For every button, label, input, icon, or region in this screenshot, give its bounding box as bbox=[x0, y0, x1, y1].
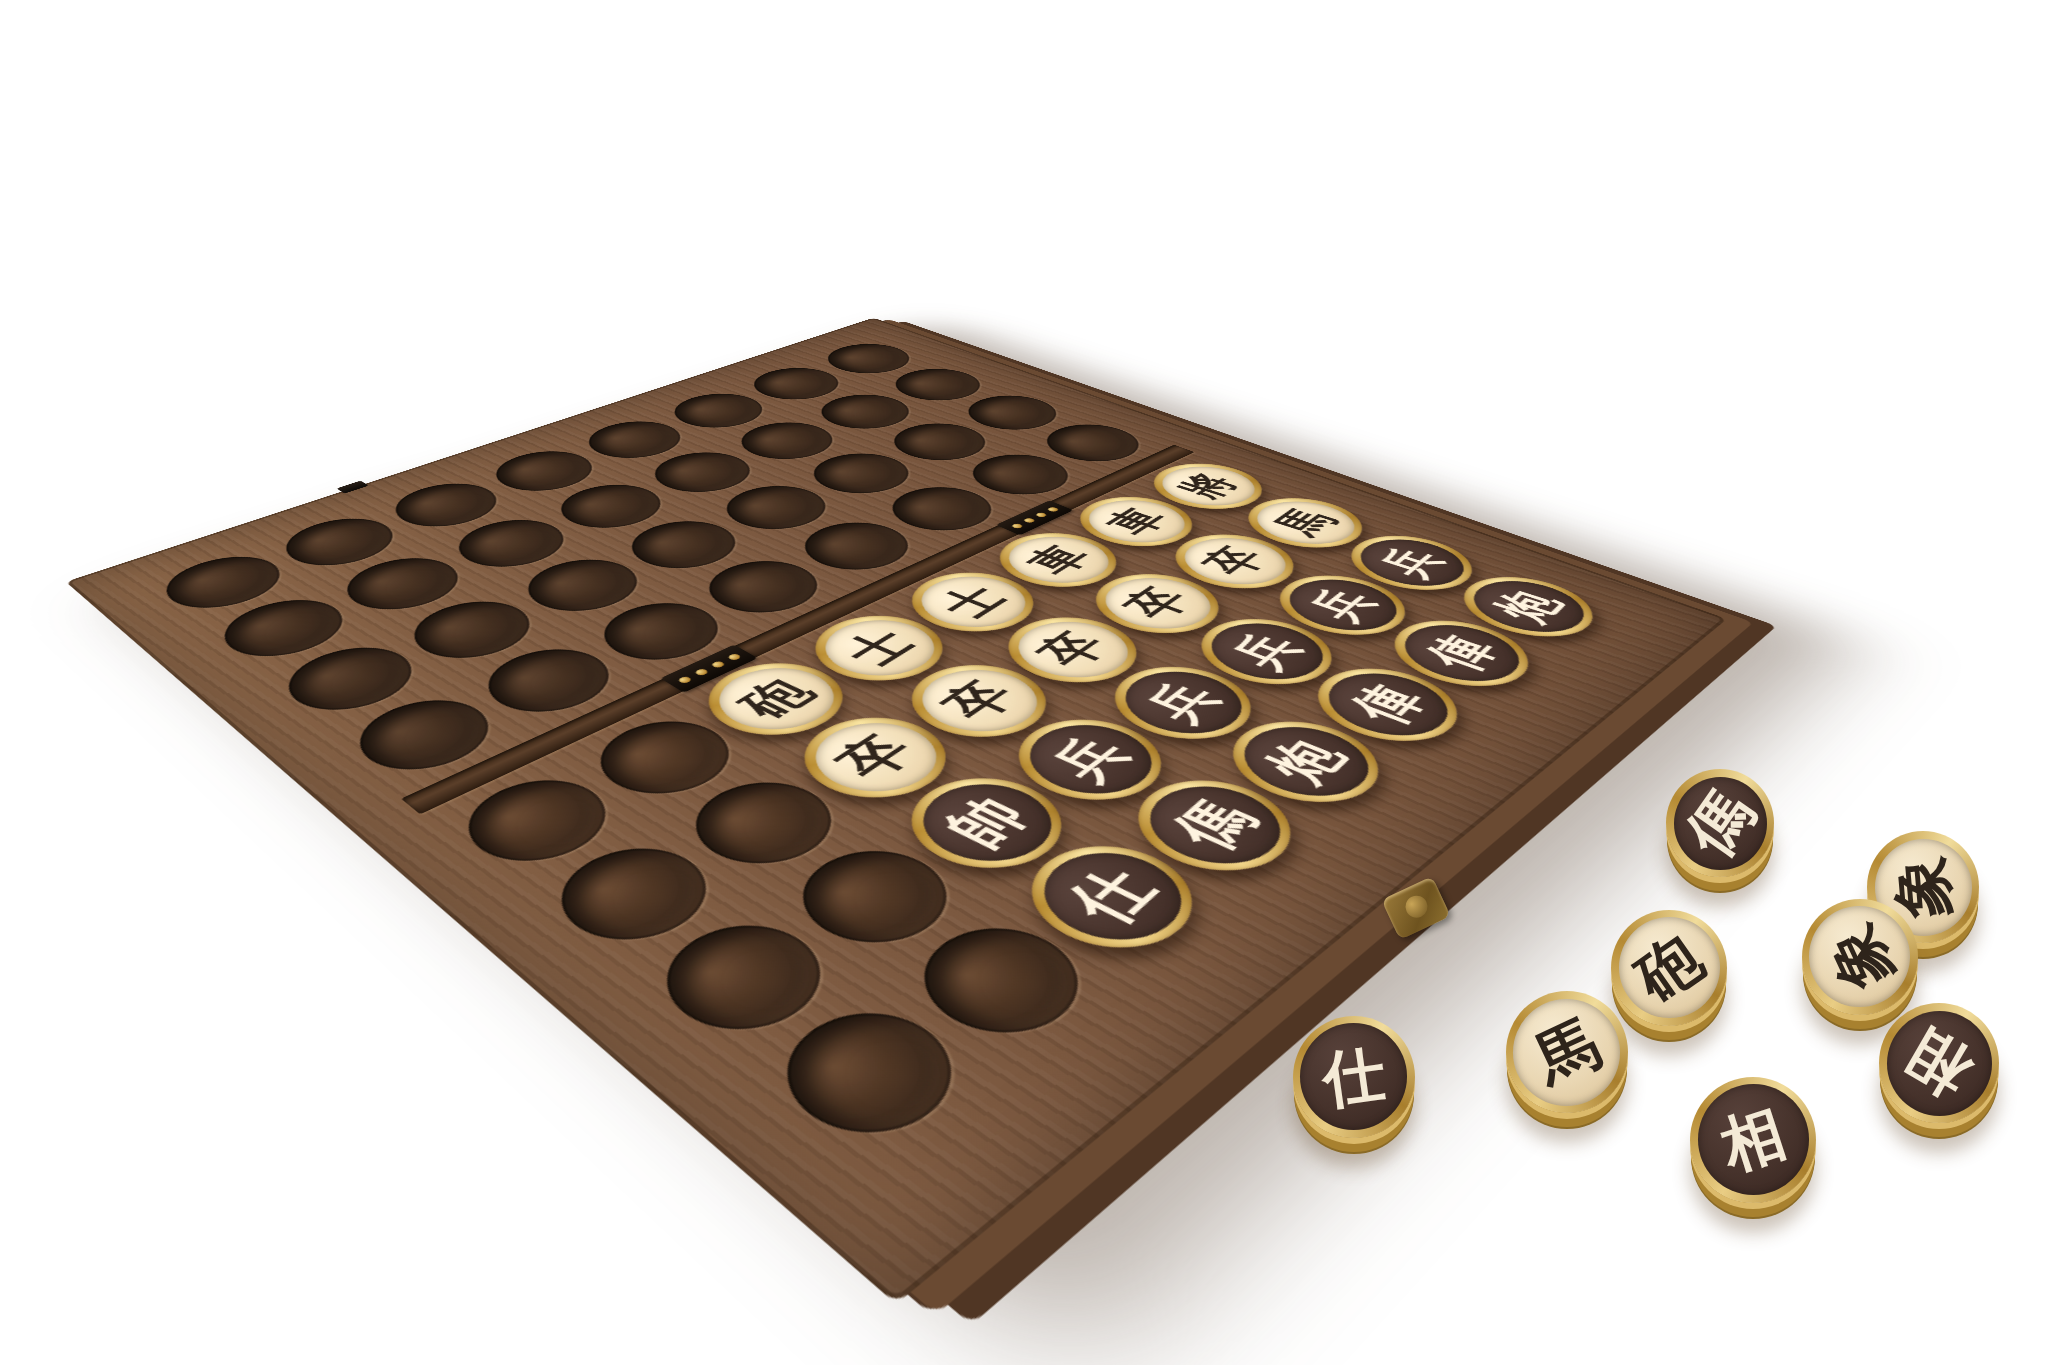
photo-scene: 砲士士車車將卒卒卒卒卒馬帥兵兵兵兵兵仕傌炮俥俥炮 傌象象砲相馬仕相 bbox=[0, 0, 2048, 1365]
xiangqi-piece-傌[interactable]: 傌 bbox=[1666, 769, 1774, 877]
piece-glyph: 馬 bbox=[1526, 1011, 1608, 1093]
xiangqi-piece-相[interactable]: 相 bbox=[1690, 1077, 1816, 1203]
piece-face: 仕 bbox=[1300, 1023, 1407, 1130]
piece-face: 傌 bbox=[1674, 777, 1767, 870]
piece-glyph: 相 bbox=[1714, 1101, 1792, 1179]
xiangqi-piece-象[interactable]: 象 bbox=[1802, 899, 1918, 1015]
piece-glyph: 仕 bbox=[1319, 1042, 1389, 1112]
loose-pieces-layer: 傌象象砲相馬仕相 bbox=[0, 0, 2048, 1365]
piece-glyph: 象 bbox=[1889, 854, 1956, 921]
xiangqi-piece-馬[interactable]: 馬 bbox=[1506, 991, 1628, 1113]
piece-glyph: 相 bbox=[1897, 1021, 1982, 1106]
xiangqi-piece-砲[interactable]: 砲 bbox=[1611, 910, 1727, 1026]
piece-face: 相 bbox=[1698, 1084, 1809, 1195]
piece-glyph: 傌 bbox=[1677, 780, 1763, 866]
xiangqi-piece-仕[interactable]: 仕 bbox=[1293, 1016, 1415, 1138]
piece-face: 馬 bbox=[1513, 999, 1620, 1106]
xiangqi-piece-相[interactable]: 相 bbox=[1879, 1003, 1999, 1123]
piece-face: 相 bbox=[1887, 1011, 1992, 1116]
piece-face: 象 bbox=[1809, 906, 1910, 1007]
piece-face: 砲 bbox=[1619, 917, 1720, 1018]
piece-glyph: 砲 bbox=[1626, 925, 1712, 1011]
piece-glyph: 象 bbox=[1818, 916, 1900, 998]
